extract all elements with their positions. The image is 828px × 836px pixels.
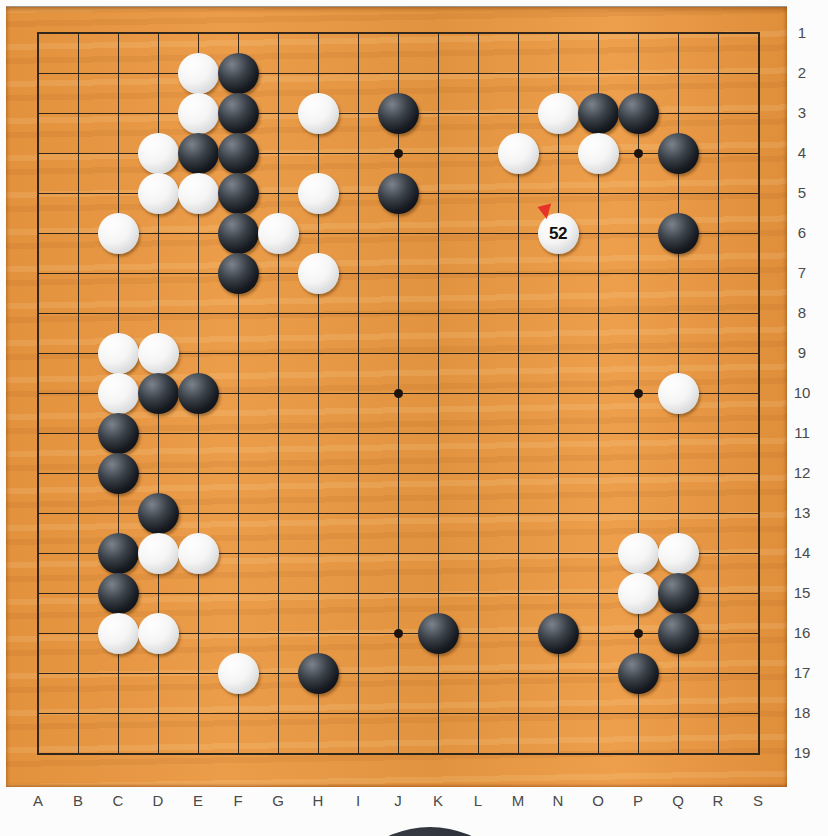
row-label-18: 18	[790, 705, 814, 721]
column-label-F: F	[228, 793, 248, 809]
column-label-I: I	[348, 793, 368, 809]
row-label-10: 10	[790, 385, 814, 401]
column-label-K: K	[428, 793, 448, 809]
turn-indicator-black-stone	[330, 827, 530, 836]
row-label-17: 17	[790, 665, 814, 681]
row-label-1: 1	[790, 25, 814, 41]
column-label-E: E	[188, 793, 208, 809]
row-label-5: 5	[790, 185, 814, 201]
column-label-G: G	[268, 793, 288, 809]
column-label-P: P	[628, 793, 648, 809]
column-label-J: J	[388, 793, 408, 809]
row-label-12: 12	[790, 465, 814, 481]
column-label-L: L	[468, 793, 488, 809]
row-label-2: 2	[790, 65, 814, 81]
go-board[interactable]	[6, 6, 787, 787]
row-label-13: 13	[790, 505, 814, 521]
row-label-19: 19	[790, 745, 814, 761]
column-label-R: R	[708, 793, 728, 809]
row-label-3: 3	[790, 105, 814, 121]
column-label-M: M	[508, 793, 528, 809]
row-label-6: 6	[790, 225, 814, 241]
row-label-9: 9	[790, 345, 814, 361]
row-label-7: 7	[790, 265, 814, 281]
column-label-S: S	[748, 793, 768, 809]
column-label-B: B	[68, 793, 88, 809]
column-label-N: N	[548, 793, 568, 809]
row-label-4: 4	[790, 145, 814, 161]
row-label-11: 11	[790, 425, 814, 441]
go-app-screen: 52ABCDEFGHIJKLMNOPQRS1234567891011121314…	[0, 0, 828, 836]
column-label-A: A	[28, 793, 48, 809]
row-label-8: 8	[790, 305, 814, 321]
row-label-16: 16	[790, 625, 814, 641]
row-label-15: 15	[790, 585, 814, 601]
column-label-O: O	[588, 793, 608, 809]
column-label-D: D	[148, 793, 168, 809]
column-label-H: H	[308, 793, 328, 809]
column-label-Q: Q	[668, 793, 688, 809]
row-label-14: 14	[790, 545, 814, 561]
column-label-C: C	[108, 793, 128, 809]
